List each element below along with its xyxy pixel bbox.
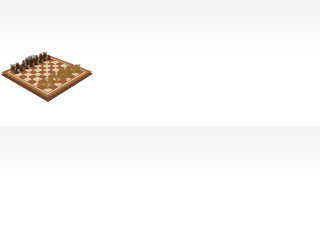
piece-dark-pawn: ♟ <box>23 63 29 71</box>
photo-scene: ♜♟♟♜♞♟♟♞♝♟♟♝♛♟♟♛♚♟♟♚♝♟♟♝♞♟♟♞♜♟♟♜ <box>0 0 95 126</box>
chess-set-photo[interactable]: ♜♟♟♜♞♟♟♞♝♟♟♝♛♟♟♛♚♟♟♚♝♟♟♝♞♟♟♞♜♟♟♜ <box>0 0 95 126</box>
piece-dark-pawn: ♟ <box>18 65 25 73</box>
piece-dark-pawn: ♟ <box>28 61 34 69</box>
board-square <box>42 68 51 72</box>
piece-dark-rook: ♜ <box>9 64 16 73</box>
board-square: ♛ <box>30 62 39 66</box>
piece-light-queen: ♛ <box>61 67 68 80</box>
piece-dark-rook: ♜ <box>42 52 48 60</box>
board-square: ♟ <box>34 64 43 68</box>
board-square <box>38 66 47 70</box>
piece-dark-bishop: ♝ <box>33 54 39 63</box>
board-square: ♜ <box>42 57 50 60</box>
piece-dark-king: ♚ <box>24 55 30 67</box>
board-square <box>51 60 59 64</box>
piece-dark-knight: ♞ <box>14 61 20 71</box>
board-square: ♞ <box>15 68 24 72</box>
board-square <box>47 66 56 70</box>
board-square <box>47 62 55 66</box>
board-square <box>51 68 60 72</box>
board-square <box>60 64 69 68</box>
piece-dark-pawn: ♟ <box>33 59 39 67</box>
board-square <box>64 66 73 70</box>
piece-dark-knight: ♞ <box>37 52 43 61</box>
board-square: ♟ <box>69 68 78 72</box>
board-square: ♟ <box>47 59 55 62</box>
board-square: ♝ <box>20 66 29 70</box>
board-square: ♟ <box>42 60 50 64</box>
piece-dark-pawn: ♟ <box>13 67 20 75</box>
board-square <box>55 62 63 66</box>
board-square: ♟ <box>38 62 47 66</box>
board-square: ♞ <box>38 59 46 62</box>
piece-light-rook: ♜ <box>74 64 81 73</box>
board-square: ♟ <box>29 66 38 70</box>
board-square <box>33 68 42 72</box>
chess-board: ♜♟♟♜♞♟♟♞♝♟♟♝♛♟♟♛♚♟♟♚♝♟♟♝♞♟♟♞♜♟♟♜ <box>2 54 92 98</box>
board-frame: ♜♟♟♜♞♟♟♞♝♟♟♝♛♟♟♛♚♟♟♚♝♟♟♝♞♟♟♞♜♟♟♜ <box>2 54 92 98</box>
piece-light-pawn: ♟ <box>65 65 72 73</box>
board-square <box>56 66 65 70</box>
piece-dark-pawn: ♟ <box>37 58 43 65</box>
board-square: ♛ <box>62 76 72 81</box>
piece-dark-pawn: ♟ <box>42 56 48 63</box>
piece-dark-pawn: ♟ <box>46 54 52 61</box>
hinge-knob-icon <box>74 64 79 66</box>
board-square: ♝ <box>34 61 42 65</box>
board-square <box>60 68 69 72</box>
piece-dark-bishop: ♝ <box>19 59 25 69</box>
board-square <box>42 64 51 68</box>
board-square: ♚ <box>25 64 34 68</box>
board-square <box>51 64 60 68</box>
board-square: ♟ <box>24 68 33 72</box>
piece-dark-queen: ♛ <box>29 54 35 65</box>
piece-light-pawn: ♟ <box>69 63 75 71</box>
